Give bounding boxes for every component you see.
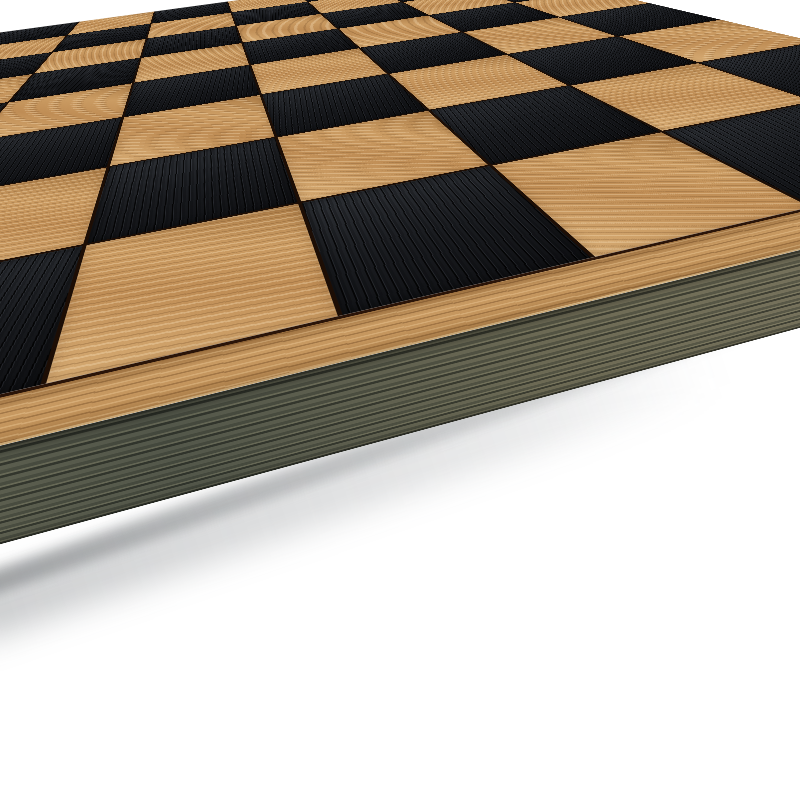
chess-board xyxy=(0,0,800,800)
camera-scene xyxy=(0,0,800,800)
photo-canvas xyxy=(0,0,800,800)
